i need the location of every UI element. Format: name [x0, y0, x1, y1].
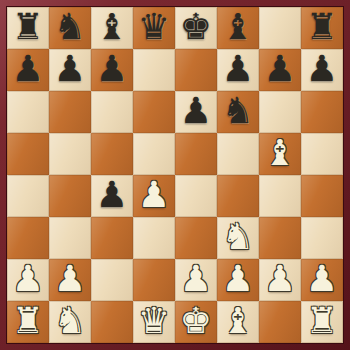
piece-white-pawn[interactable]: ♟: [138, 174, 170, 216]
square-g5[interactable]: ♝: [259, 133, 301, 175]
piece-black-bishop[interactable]: ♝: [222, 6, 254, 48]
square-a2[interactable]: ♟: [7, 259, 49, 301]
square-b5[interactable]: [49, 133, 91, 175]
piece-black-pawn[interactable]: ♟: [306, 48, 338, 90]
square-a7[interactable]: ♟: [7, 49, 49, 91]
square-d5[interactable]: [133, 133, 175, 175]
square-g1[interactable]: [259, 301, 301, 343]
square-c4[interactable]: ♟: [91, 175, 133, 217]
square-a1[interactable]: ♜: [7, 301, 49, 343]
piece-black-rook[interactable]: ♜: [12, 6, 44, 48]
square-f1[interactable]: ♝: [217, 301, 259, 343]
board-frame: ♜♞♝♛♚♝♜♟♟♟♟♟♟♟♞♝♟♟♞♟♟♟♟♟♟♜♞♛♚♝♜: [0, 0, 350, 350]
square-h1[interactable]: ♜: [301, 301, 343, 343]
piece-black-bishop[interactable]: ♝: [96, 6, 128, 48]
square-g6[interactable]: [259, 91, 301, 133]
piece-white-pawn[interactable]: ♟: [306, 258, 338, 300]
piece-white-knight[interactable]: ♞: [54, 300, 86, 342]
square-e4[interactable]: [175, 175, 217, 217]
square-a6[interactable]: [7, 91, 49, 133]
square-a8[interactable]: ♜: [7, 7, 49, 49]
square-b1[interactable]: ♞: [49, 301, 91, 343]
square-d4[interactable]: ♟: [133, 175, 175, 217]
piece-black-knight[interactable]: ♞: [222, 90, 254, 132]
square-e1[interactable]: ♚: [175, 301, 217, 343]
piece-white-queen[interactable]: ♛: [138, 300, 170, 342]
piece-white-pawn[interactable]: ♟: [54, 258, 86, 300]
square-g4[interactable]: [259, 175, 301, 217]
piece-black-pawn[interactable]: ♟: [222, 48, 254, 90]
chess-board: ♜♞♝♛♚♝♜♟♟♟♟♟♟♟♞♝♟♟♞♟♟♟♟♟♟♜♞♛♚♝♜: [7, 7, 343, 343]
square-f2[interactable]: ♟: [217, 259, 259, 301]
square-c6[interactable]: [91, 91, 133, 133]
square-d3[interactable]: [133, 217, 175, 259]
square-e6[interactable]: ♟: [175, 91, 217, 133]
square-d6[interactable]: [133, 91, 175, 133]
piece-white-pawn[interactable]: ♟: [264, 258, 296, 300]
square-b3[interactable]: [49, 217, 91, 259]
square-f3[interactable]: ♞: [217, 217, 259, 259]
square-d2[interactable]: [133, 259, 175, 301]
square-g8[interactable]: [259, 7, 301, 49]
square-f6[interactable]: ♞: [217, 91, 259, 133]
square-f4[interactable]: [217, 175, 259, 217]
piece-black-pawn[interactable]: ♟: [96, 174, 128, 216]
square-b8[interactable]: ♞: [49, 7, 91, 49]
square-e3[interactable]: [175, 217, 217, 259]
square-h2[interactable]: ♟: [301, 259, 343, 301]
piece-white-rook[interactable]: ♜: [306, 300, 338, 342]
square-f7[interactable]: ♟: [217, 49, 259, 91]
piece-white-bishop[interactable]: ♝: [264, 132, 296, 174]
piece-black-pawn[interactable]: ♟: [12, 48, 44, 90]
square-d8[interactable]: ♛: [133, 7, 175, 49]
square-f5[interactable]: [217, 133, 259, 175]
square-c5[interactable]: [91, 133, 133, 175]
piece-white-king[interactable]: ♚: [180, 300, 212, 342]
piece-white-bishop[interactable]: ♝: [222, 300, 254, 342]
square-e8[interactable]: ♚: [175, 7, 217, 49]
square-g7[interactable]: ♟: [259, 49, 301, 91]
square-d7[interactable]: [133, 49, 175, 91]
piece-black-rook[interactable]: ♜: [306, 6, 338, 48]
square-g3[interactable]: [259, 217, 301, 259]
square-d1[interactable]: ♛: [133, 301, 175, 343]
square-h3[interactable]: [301, 217, 343, 259]
piece-white-pawn[interactable]: ♟: [12, 258, 44, 300]
square-e2[interactable]: ♟: [175, 259, 217, 301]
square-h7[interactable]: ♟: [301, 49, 343, 91]
piece-black-king[interactable]: ♚: [180, 6, 212, 48]
piece-black-pawn[interactable]: ♟: [180, 90, 212, 132]
square-h4[interactable]: [301, 175, 343, 217]
square-g2[interactable]: ♟: [259, 259, 301, 301]
square-h5[interactable]: [301, 133, 343, 175]
square-a5[interactable]: [7, 133, 49, 175]
square-a3[interactable]: [7, 217, 49, 259]
square-h6[interactable]: [301, 91, 343, 133]
piece-white-rook[interactable]: ♜: [12, 300, 44, 342]
square-h8[interactable]: ♜: [301, 7, 343, 49]
square-e5[interactable]: [175, 133, 217, 175]
square-b4[interactable]: [49, 175, 91, 217]
piece-white-pawn[interactable]: ♟: [222, 258, 254, 300]
piece-black-queen[interactable]: ♛: [138, 6, 170, 48]
piece-white-pawn[interactable]: ♟: [180, 258, 212, 300]
square-c3[interactable]: [91, 217, 133, 259]
piece-black-pawn[interactable]: ♟: [54, 48, 86, 90]
piece-black-knight[interactable]: ♞: [54, 6, 86, 48]
square-e7[interactable]: [175, 49, 217, 91]
square-c8[interactable]: ♝: [91, 7, 133, 49]
piece-black-pawn[interactable]: ♟: [264, 48, 296, 90]
square-b2[interactable]: ♟: [49, 259, 91, 301]
square-b7[interactable]: ♟: [49, 49, 91, 91]
piece-black-pawn[interactable]: ♟: [96, 48, 128, 90]
square-c2[interactable]: [91, 259, 133, 301]
square-a4[interactable]: [7, 175, 49, 217]
square-f8[interactable]: ♝: [217, 7, 259, 49]
square-c1[interactable]: [91, 301, 133, 343]
piece-white-knight[interactable]: ♞: [222, 216, 254, 258]
square-b6[interactable]: [49, 91, 91, 133]
square-c7[interactable]: ♟: [91, 49, 133, 91]
